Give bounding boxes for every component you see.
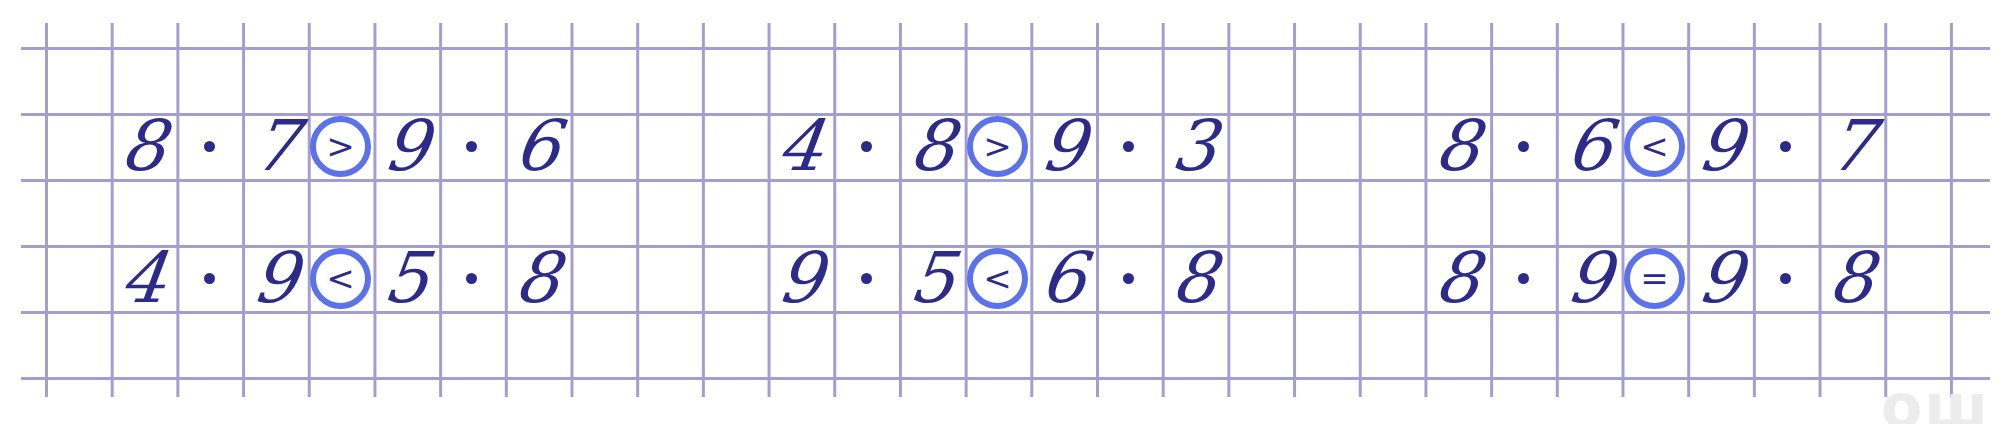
factor: 8 <box>1431 245 1484 311</box>
multiplication-dot-icon <box>1780 273 1791 284</box>
comparison-sign: < <box>1640 129 1669 163</box>
multiplication-dot-icon <box>1518 141 1529 152</box>
grid-paper <box>21 23 1990 397</box>
expression-4: 4 9 < 5 8 <box>111 245 571 311</box>
factor: 5 <box>906 245 959 311</box>
comparison-sign: > <box>326 129 355 163</box>
factor: 6 <box>511 113 564 179</box>
answer-circle[interactable]: < <box>967 248 1028 309</box>
site-watermark: ош <box>1881 376 1990 424</box>
worksheet-page: { "game": "multiplication-comparison-wor… <box>0 0 2014 424</box>
expression-1: 8 7 > 9 6 <box>111 113 571 179</box>
factor: 8 <box>1825 245 1878 311</box>
factor: 9 <box>1037 113 1090 179</box>
expression-2: 4 8 > 9 3 <box>768 113 1228 179</box>
factor: 8 <box>117 113 170 179</box>
factor: 9 <box>1563 245 1616 311</box>
answer-circle[interactable]: < <box>1624 116 1685 177</box>
factor: 6 <box>1037 245 1090 311</box>
expression-6: 8 9 = 9 8 <box>1425 245 1885 311</box>
multiplication-dot-icon <box>1123 273 1134 284</box>
factor: 4 <box>774 113 827 179</box>
comparison-sign: > <box>983 129 1012 163</box>
factor: 5 <box>380 245 433 311</box>
multiplication-dot-icon <box>204 141 215 152</box>
factor: 8 <box>1431 113 1484 179</box>
multiplication-dot-icon <box>861 273 872 284</box>
answer-circle[interactable]: > <box>310 116 371 177</box>
multiplication-dot-icon <box>466 273 477 284</box>
answer-circle[interactable]: < <box>310 248 371 309</box>
factor: 3 <box>1168 113 1221 179</box>
answer-circle[interactable]: = <box>1624 248 1685 309</box>
factor: 9 <box>1694 245 1747 311</box>
factor: 4 <box>117 245 170 311</box>
factor: 8 <box>906 113 959 179</box>
factor: 8 <box>511 245 564 311</box>
factor: 7 <box>249 113 302 179</box>
answer-circle[interactable]: > <box>967 116 1028 177</box>
factor: 7 <box>1825 113 1878 179</box>
multiplication-dot-icon <box>861 141 872 152</box>
factor: 8 <box>1168 245 1221 311</box>
multiplication-dot-icon <box>466 141 477 152</box>
expression-3: 8 6 < 9 7 <box>1425 113 1885 179</box>
factor: 9 <box>249 245 302 311</box>
comparison-sign: < <box>983 261 1012 295</box>
multiplication-dot-icon <box>1780 141 1791 152</box>
multiplication-dot-icon <box>204 273 215 284</box>
comparison-sign: < <box>326 261 355 295</box>
factor: 6 <box>1563 113 1616 179</box>
factor: 9 <box>1694 113 1747 179</box>
factor: 9 <box>774 245 827 311</box>
factor: 9 <box>380 113 433 179</box>
expression-5: 9 5 < 6 8 <box>768 245 1228 311</box>
multiplication-dot-icon <box>1518 273 1529 284</box>
comparison-sign: = <box>1640 261 1669 295</box>
multiplication-dot-icon <box>1123 141 1134 152</box>
